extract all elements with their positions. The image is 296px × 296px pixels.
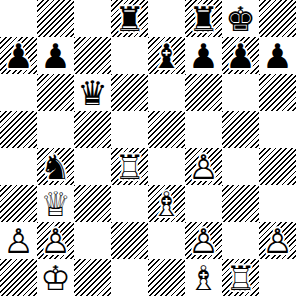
piece-glyph: ♜ [111, 0, 148, 37]
piece-glyph: ♟ [259, 37, 296, 74]
square-g1[interactable]: ♜♖ [222, 259, 259, 296]
square-d8[interactable]: ♜♜ [111, 0, 148, 37]
piece-glyph: ♖ [111, 148, 148, 185]
square-e7[interactable]: ♝♝ [148, 37, 185, 74]
square-d6[interactable] [111, 74, 148, 111]
white-pawn-f2[interactable]: ♟♙ [185, 222, 222, 259]
square-c1[interactable] [74, 259, 111, 296]
piece-glyph: ♟ [185, 37, 222, 74]
square-h3[interactable] [259, 185, 296, 222]
square-b2[interactable]: ♟♙ [37, 222, 74, 259]
square-c2[interactable] [74, 222, 111, 259]
piece-glyph: ♝ [148, 37, 185, 74]
black-knight-b4[interactable]: ♞♞ [37, 148, 74, 185]
square-d1[interactable] [111, 259, 148, 296]
square-g8[interactable]: ♚♚ [222, 0, 259, 37]
square-b5[interactable] [37, 111, 74, 148]
white-bishop-e3[interactable]: ♝♗ [148, 185, 185, 222]
square-b3[interactable]: ♛♕ [37, 185, 74, 222]
square-g5[interactable] [222, 111, 259, 148]
piece-glyph: ♚ [222, 0, 259, 37]
square-c7[interactable] [74, 37, 111, 74]
square-h8[interactable] [259, 0, 296, 37]
piece-glyph: ♜ [185, 0, 222, 37]
piece-glyph: ♙ [259, 222, 296, 259]
square-g7[interactable]: ♟♟ [222, 37, 259, 74]
black-king-g8[interactable]: ♚♚ [222, 0, 259, 37]
square-h2[interactable]: ♟♙ [259, 222, 296, 259]
square-f8[interactable]: ♜♜ [185, 0, 222, 37]
square-e2[interactable] [148, 222, 185, 259]
square-e8[interactable] [148, 0, 185, 37]
piece-glyph: ♟ [37, 37, 74, 74]
piece-glyph: ♙ [185, 222, 222, 259]
white-pawn-h2[interactable]: ♟♙ [259, 222, 296, 259]
square-f6[interactable] [185, 74, 222, 111]
square-a6[interactable] [0, 74, 37, 111]
piece-glyph: ♟ [0, 37, 37, 74]
square-g6[interactable] [222, 74, 259, 111]
square-h4[interactable] [259, 148, 296, 185]
piece-glyph: ♟ [222, 37, 259, 74]
square-a8[interactable] [0, 0, 37, 37]
black-pawn-b7[interactable]: ♟♟ [37, 37, 74, 74]
white-king-b1[interactable]: ♚♔ [37, 259, 74, 296]
white-rook-d4[interactable]: ♜♖ [111, 148, 148, 185]
square-c6[interactable]: ♛♛ [74, 74, 111, 111]
piece-glyph: ♕ [37, 185, 74, 222]
square-h1[interactable] [259, 259, 296, 296]
white-bishop-f1[interactable]: ♝♗ [185, 259, 222, 296]
black-pawn-h7[interactable]: ♟♟ [259, 37, 296, 74]
black-pawn-a7[interactable]: ♟♟ [0, 37, 37, 74]
square-e1[interactable] [148, 259, 185, 296]
piece-glyph: ♙ [0, 222, 37, 259]
square-b8[interactable] [37, 0, 74, 37]
square-g2[interactable] [222, 222, 259, 259]
white-pawn-b2[interactable]: ♟♙ [37, 222, 74, 259]
square-a4[interactable] [0, 148, 37, 185]
black-rook-f8[interactable]: ♜♜ [185, 0, 222, 37]
white-pawn-a2[interactable]: ♟♙ [0, 222, 37, 259]
square-b7[interactable]: ♟♟ [37, 37, 74, 74]
square-d5[interactable] [111, 111, 148, 148]
square-e6[interactable] [148, 74, 185, 111]
square-g4[interactable] [222, 148, 259, 185]
square-d2[interactable] [111, 222, 148, 259]
piece-glyph: ♙ [37, 222, 74, 259]
black-rook-d8[interactable]: ♜♜ [111, 0, 148, 37]
square-b1[interactable]: ♚♔ [37, 259, 74, 296]
piece-glyph: ♗ [148, 185, 185, 222]
square-f3[interactable] [185, 185, 222, 222]
square-f7[interactable]: ♟♟ [185, 37, 222, 74]
square-a3[interactable] [0, 185, 37, 222]
square-a7[interactable]: ♟♟ [0, 37, 37, 74]
square-g3[interactable] [222, 185, 259, 222]
square-a5[interactable] [0, 111, 37, 148]
piece-glyph: ♖ [222, 259, 259, 296]
square-a2[interactable]: ♟♙ [0, 222, 37, 259]
square-a1[interactable] [0, 259, 37, 296]
square-h5[interactable] [259, 111, 296, 148]
white-rook-g1[interactable]: ♜♖ [222, 259, 259, 296]
white-pawn-f4[interactable]: ♟♙ [185, 148, 222, 185]
square-h6[interactable] [259, 74, 296, 111]
black-pawn-g7[interactable]: ♟♟ [222, 37, 259, 74]
square-e4[interactable] [148, 148, 185, 185]
square-b6[interactable] [37, 74, 74, 111]
black-pawn-f7[interactable]: ♟♟ [185, 37, 222, 74]
piece-glyph: ♙ [185, 148, 222, 185]
square-c4[interactable] [74, 148, 111, 185]
chess-board: ♜♜♜♜♚♚♟♟♟♟♝♝♟♟♟♟♟♟♛♛♞♞♜♖♟♙♛♕♝♗♟♙♟♙♟♙♟♙♚♔… [0, 0, 296, 296]
piece-glyph: ♛ [74, 74, 111, 111]
square-f4[interactable]: ♟♙ [185, 148, 222, 185]
square-f5[interactable] [185, 111, 222, 148]
square-d3[interactable] [111, 185, 148, 222]
square-d7[interactable] [111, 37, 148, 74]
square-h7[interactable]: ♟♟ [259, 37, 296, 74]
white-queen-b3[interactable]: ♛♕ [37, 185, 74, 222]
square-e3[interactable]: ♝♗ [148, 185, 185, 222]
square-d4[interactable]: ♜♖ [111, 148, 148, 185]
square-c5[interactable] [74, 111, 111, 148]
black-queen-c6[interactable]: ♛♛ [74, 74, 111, 111]
square-e5[interactable] [148, 111, 185, 148]
square-f1[interactable]: ♝♗ [185, 259, 222, 296]
piece-glyph: ♗ [185, 259, 222, 296]
square-f2[interactable]: ♟♙ [185, 222, 222, 259]
square-c3[interactable] [74, 185, 111, 222]
square-c8[interactable] [74, 0, 111, 37]
piece-glyph: ♞ [37, 148, 74, 185]
square-b4[interactable]: ♞♞ [37, 148, 74, 185]
black-bishop-e7[interactable]: ♝♝ [148, 37, 185, 74]
piece-glyph: ♔ [37, 259, 74, 296]
